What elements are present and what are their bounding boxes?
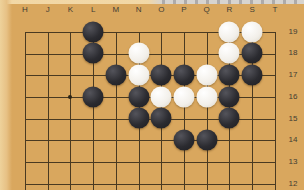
row-label-17: 17 <box>289 71 298 79</box>
intersection-M14[interactable] <box>104 129 127 151</box>
intersection-L18[interactable] <box>82 43 105 65</box>
intersection-P17[interactable] <box>173 64 196 86</box>
intersection-R18[interactable] <box>218 43 241 65</box>
row-label-14: 14 <box>289 136 298 144</box>
row-label-18: 18 <box>289 49 298 57</box>
white-stone-R18 <box>219 43 240 64</box>
intersection-J16[interactable] <box>36 86 59 108</box>
intersection-H15[interactable] <box>14 108 37 130</box>
column-label-Q: Q <box>204 6 210 14</box>
intersection-K12[interactable] <box>59 173 82 190</box>
intersection-T13[interactable] <box>263 151 286 173</box>
intersection-S16[interactable] <box>241 86 264 108</box>
intersection-T12[interactable] <box>263 173 286 190</box>
black-stone-R15 <box>219 108 240 129</box>
intersection-J19[interactable] <box>36 21 59 43</box>
column-label-S: S <box>249 6 254 14</box>
intersection-H17[interactable] <box>14 64 37 86</box>
row-label-12: 12 <box>289 180 298 188</box>
intersection-S18[interactable] <box>241 43 264 65</box>
intersection-P18[interactable] <box>173 43 196 65</box>
intersection-M16[interactable] <box>104 86 127 108</box>
intersection-P14[interactable] <box>173 129 196 151</box>
white-stone-Q17 <box>196 65 217 86</box>
intersection-P16[interactable] <box>173 86 196 108</box>
intersection-K17[interactable] <box>59 64 82 86</box>
intersection-K19[interactable] <box>59 21 82 43</box>
intersection-O17[interactable] <box>150 64 173 86</box>
row-label-13: 13 <box>289 158 298 166</box>
intersection-J14[interactable] <box>36 129 59 151</box>
black-stone-N15 <box>128 108 149 129</box>
intersection-O15[interactable] <box>150 108 173 130</box>
intersection-H19[interactable] <box>14 21 37 43</box>
intersection-J17[interactable] <box>36 64 59 86</box>
column-label-P: P <box>181 6 186 14</box>
intersection-Q16[interactable] <box>195 86 218 108</box>
intersection-O13[interactable] <box>150 151 173 173</box>
intersection-S17[interactable] <box>241 64 264 86</box>
intersection-L12[interactable] <box>82 173 105 190</box>
black-stone-N16 <box>128 86 149 107</box>
intersection-M13[interactable] <box>104 151 127 173</box>
intersection-J13[interactable] <box>36 151 59 173</box>
black-stone-R17 <box>219 65 240 86</box>
intersection-N18[interactable] <box>127 43 150 65</box>
intersection-S12[interactable] <box>241 173 264 190</box>
go-board-screen: HJKLMNOPQRST 1918171615141312 <box>0 0 304 190</box>
intersection-H18[interactable] <box>14 43 37 65</box>
column-label-T: T <box>272 6 277 14</box>
black-stone-M17 <box>105 65 126 86</box>
white-stone-R19 <box>219 21 240 42</box>
intersection-K13[interactable] <box>59 151 82 173</box>
cropped-window-chrome-noise <box>162 0 304 4</box>
intersection-H14[interactable] <box>14 129 37 151</box>
column-label-J: J <box>46 6 50 14</box>
white-stone-O16 <box>151 86 172 107</box>
intersection-M15[interactable] <box>104 108 127 130</box>
intersection-Q19[interactable] <box>195 21 218 43</box>
intersection-P19[interactable] <box>173 21 196 43</box>
intersection-T19[interactable] <box>263 21 286 43</box>
intersection-S14[interactable] <box>241 129 264 151</box>
black-stone-O17 <box>151 65 172 86</box>
column-label-N: N <box>136 6 142 14</box>
intersection-Q12[interactable] <box>195 173 218 190</box>
intersection-L16[interactable] <box>82 86 105 108</box>
intersection-Q18[interactable] <box>195 43 218 65</box>
column-label-K: K <box>68 6 73 14</box>
intersection-O12[interactable] <box>150 173 173 190</box>
intersection-H13[interactable] <box>14 151 37 173</box>
row-label-16: 16 <box>289 93 298 101</box>
intersection-R12[interactable] <box>218 173 241 190</box>
intersection-M19[interactable] <box>104 21 127 43</box>
column-label-L: L <box>91 6 95 14</box>
intersection-L15[interactable] <box>82 108 105 130</box>
intersection-O14[interactable] <box>150 129 173 151</box>
column-label-R: R <box>227 6 233 14</box>
intersection-L13[interactable] <box>82 151 105 173</box>
intersection-L14[interactable] <box>82 129 105 151</box>
intersection-O18[interactable] <box>150 43 173 65</box>
intersection-N12[interactable] <box>127 173 150 190</box>
intersection-O16[interactable] <box>150 86 173 108</box>
intersection-H16[interactable] <box>14 86 37 108</box>
intersection-J12[interactable] <box>36 173 59 190</box>
intersection-P12[interactable] <box>173 173 196 190</box>
intersection-M17[interactable] <box>104 64 127 86</box>
go-board <box>14 21 286 190</box>
intersection-L19[interactable] <box>82 21 105 43</box>
intersection-Q14[interactable] <box>195 129 218 151</box>
intersection-M12[interactable] <box>104 173 127 190</box>
intersection-L17[interactable] <box>82 64 105 86</box>
white-stone-Q16 <box>196 86 217 107</box>
intersection-K16[interactable] <box>59 86 82 108</box>
black-stone-S18 <box>242 43 263 64</box>
intersection-R19[interactable] <box>218 21 241 43</box>
intersection-O19[interactable] <box>150 21 173 43</box>
white-stone-P16 <box>173 86 194 107</box>
intersection-K15[interactable] <box>59 108 82 130</box>
intersection-S15[interactable] <box>241 108 264 130</box>
board-left-edge-highlight <box>0 0 12 190</box>
intersection-R13[interactable] <box>218 151 241 173</box>
intersection-T15[interactable] <box>263 108 286 130</box>
black-stone-L18 <box>83 43 104 64</box>
intersection-R14[interactable] <box>218 129 241 151</box>
intersection-Q17[interactable] <box>195 64 218 86</box>
intersection-N17[interactable] <box>127 64 150 86</box>
white-stone-N17 <box>128 65 149 86</box>
intersection-T18[interactable] <box>263 43 286 65</box>
black-stone-O15 <box>151 108 172 129</box>
intersection-P13[interactable] <box>173 151 196 173</box>
black-stone-Q14 <box>196 130 217 151</box>
intersection-K18[interactable] <box>59 43 82 65</box>
intersection-T14[interactable] <box>263 129 286 151</box>
black-stone-S17 <box>242 65 263 86</box>
intersection-M18[interactable] <box>104 43 127 65</box>
row-label-19: 19 <box>289 28 298 36</box>
intersection-N16[interactable] <box>127 86 150 108</box>
intersection-R16[interactable] <box>218 86 241 108</box>
intersection-R15[interactable] <box>218 108 241 130</box>
column-label-O: O <box>158 6 164 14</box>
black-stone-P17 <box>173 65 194 86</box>
intersection-N15[interactable] <box>127 108 150 130</box>
intersection-N19[interactable] <box>127 21 150 43</box>
intersection-T16[interactable] <box>263 86 286 108</box>
column-label-M: M <box>113 6 120 14</box>
intersection-H12[interactable] <box>14 173 37 190</box>
intersection-S13[interactable] <box>241 151 264 173</box>
intersection-N14[interactable] <box>127 129 150 151</box>
intersection-N13[interactable] <box>127 151 150 173</box>
intersection-R17[interactable] <box>218 64 241 86</box>
black-stone-R16 <box>219 86 240 107</box>
black-stone-L16 <box>83 86 104 107</box>
white-stone-S19 <box>242 21 263 42</box>
black-stone-L19 <box>83 21 104 42</box>
intersection-T17[interactable] <box>263 64 286 86</box>
intersection-J18[interactable] <box>36 43 59 65</box>
column-label-H: H <box>22 6 28 14</box>
intersection-S19[interactable] <box>241 21 264 43</box>
black-stone-P14 <box>173 130 194 151</box>
intersection-J15[interactable] <box>36 108 59 130</box>
intersection-Q13[interactable] <box>195 151 218 173</box>
white-stone-N18 <box>128 43 149 64</box>
intersection-Q15[interactable] <box>195 108 218 130</box>
intersection-P15[interactable] <box>173 108 196 130</box>
row-label-15: 15 <box>289 115 298 123</box>
intersection-K14[interactable] <box>59 129 82 151</box>
